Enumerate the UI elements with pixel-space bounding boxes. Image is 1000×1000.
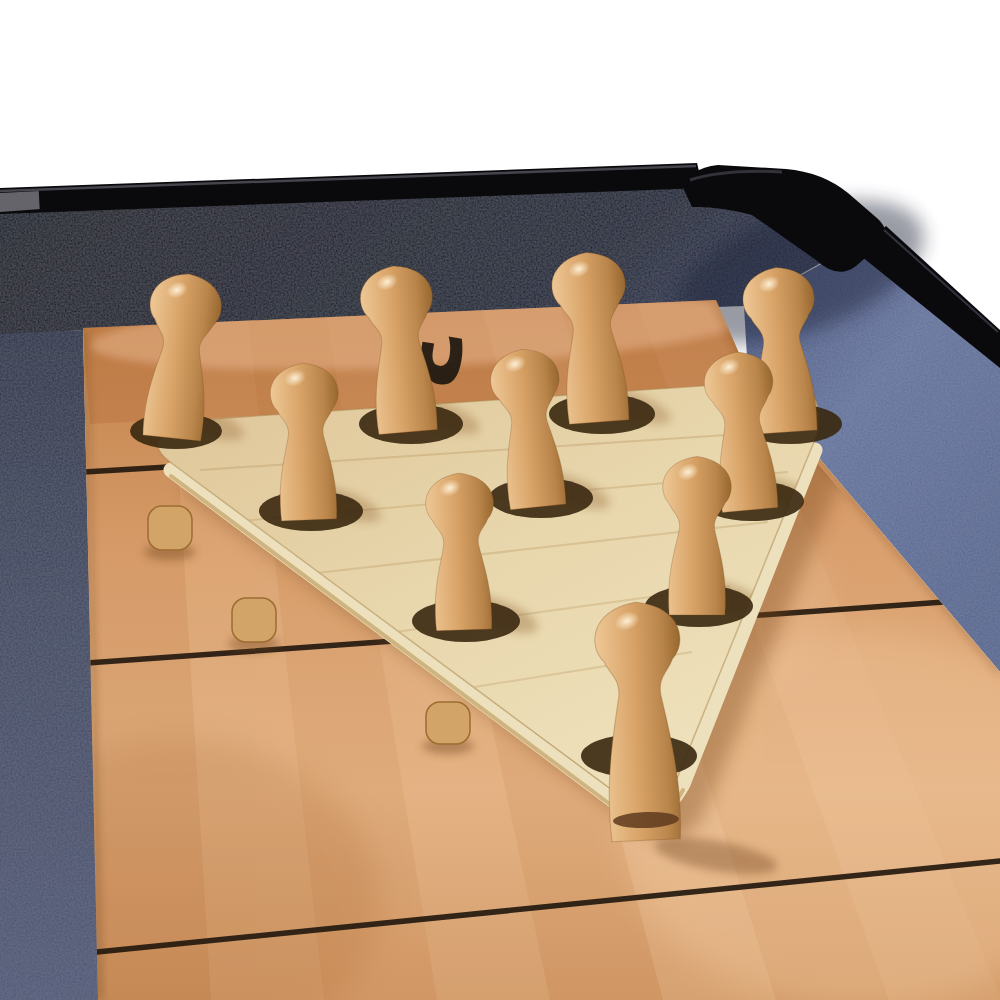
product-photo-shuffleboard-bowling: 3 [0, 0, 1000, 1000]
rail-seam [40, 191, 41, 210]
rack-foot [426, 702, 470, 744]
rack-foot [148, 506, 192, 550]
carpet-left [0, 330, 99, 1000]
rail-connector [0, 191, 41, 212]
rack-foot [232, 598, 276, 642]
scene-photo: 3 [0, 0, 1000, 1000]
